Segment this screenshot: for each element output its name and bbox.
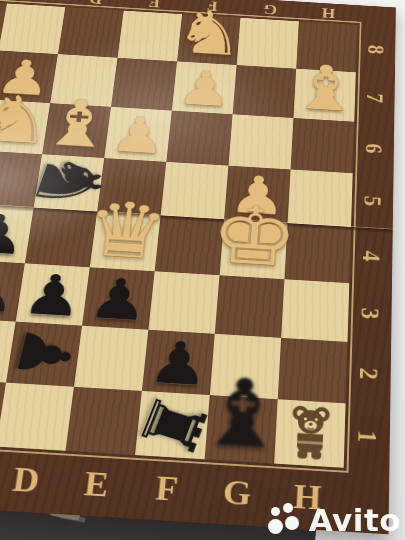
far-file-label-g: G [240, 0, 299, 21]
far-file-label-h: H [299, 2, 358, 25]
square-f5 [161, 162, 229, 219]
square-g2 [210, 334, 281, 399]
square-d3 [16, 263, 90, 325]
square-e5 [97, 158, 166, 215]
file-label-g: G [200, 461, 274, 525]
avito-logo-icon [268, 502, 304, 538]
square-f3 [148, 271, 219, 334]
board-border: ABCDEFGH ABCDEFGH 87654321 87654321 ♞♟♟♝… [0, 0, 396, 534]
square-c7 [0, 50, 58, 103]
square-g3 [215, 275, 285, 338]
board-squares [0, 0, 357, 468]
square-c8 [0, 3, 65, 54]
square-e8 [117, 11, 182, 62]
rank-label-6: 6 [342, 130, 404, 168]
rank-labels-right: 87654321 [344, 25, 396, 471]
photo-scene: ABCDEFGH ABCDEFGH 87654321 87654321 ♞♟♟♝… [0, 0, 405, 540]
square-g5 [224, 166, 290, 223]
square-d5 [34, 154, 105, 211]
square-d8 [58, 7, 124, 58]
square-d6 [42, 103, 111, 158]
square-g4 [220, 219, 288, 279]
square-g7 [233, 65, 297, 118]
file-label-d: D [0, 448, 65, 512]
square-f6 [166, 111, 232, 166]
file-label-e: E [57, 453, 134, 517]
square-f8 [177, 14, 240, 65]
avito-watermark: Avito [268, 502, 401, 538]
square-g6 [228, 114, 293, 169]
square-e6 [104, 107, 172, 162]
square-d7 [50, 54, 117, 107]
square-e2 [74, 326, 148, 391]
rank-label-1: 1 [332, 414, 402, 461]
square-e3 [82, 267, 155, 329]
square-g8 [237, 18, 299, 69]
square-d2 [6, 322, 82, 387]
square-f4 [155, 215, 224, 275]
chess-board: ABCDEFGH ABCDEFGH 87654321 87654321 ♞♟♟♝… [0, 0, 405, 536]
square-e7 [111, 58, 177, 111]
rank-label-4: 4 [339, 236, 404, 277]
square-f1 [135, 391, 210, 459]
misha-bear-mascot [286, 403, 334, 461]
square-f7 [172, 61, 237, 114]
file-label-f: F [128, 457, 204, 521]
square-d4 [25, 208, 97, 268]
rank-label-2: 2 [334, 352, 402, 397]
square-e4 [90, 211, 161, 271]
avito-watermark-text: Avito [309, 502, 401, 538]
square-e1 [65, 387, 141, 455]
square-d1 [0, 383, 74, 451]
rank-label-8: 8 [346, 32, 405, 67]
rank-label-7: 7 [344, 80, 405, 116]
square-g1 [205, 395, 278, 463]
rank-label-5: 5 [340, 182, 404, 221]
rank-label-3: 3 [336, 292, 402, 335]
square-f2 [142, 330, 215, 395]
